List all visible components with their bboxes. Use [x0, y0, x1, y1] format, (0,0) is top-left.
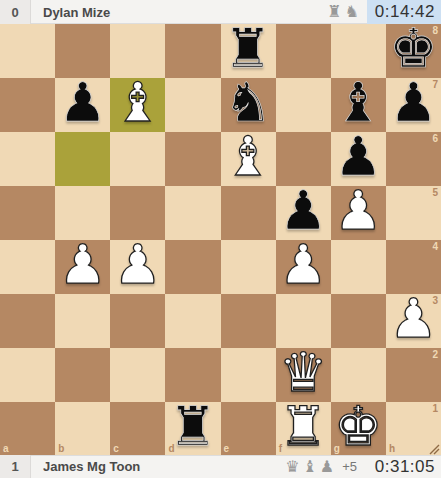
bottom-player-name[interactable]: James Mg Toon [43, 459, 285, 474]
square-b2[interactable] [55, 348, 110, 402]
rank-label-7: 7 [432, 80, 438, 90]
top-captured-pieces: ♜♞ [327, 4, 359, 20]
file-label-e: e [224, 444, 230, 454]
black-rook-piece[interactable]: ♜ [169, 400, 217, 454]
square-a4[interactable] [0, 240, 55, 294]
square-h3[interactable]: ♟3 [386, 294, 441, 348]
file-label-d: d [168, 444, 174, 454]
captured-pawn-icon: ♟ [320, 459, 334, 475]
rank-label-6: 6 [432, 134, 438, 144]
white-bishop-piece[interactable]: ♝ [114, 76, 162, 130]
square-f8[interactable] [276, 24, 331, 78]
captured-queen-icon: ♛ [285, 459, 299, 475]
square-b4[interactable]: ♟ [55, 240, 110, 294]
square-g6[interactable]: ♟ [331, 132, 386, 186]
chess-board: ♜♚8♟♝♞♝♟7♝♟6♟♟5♟♟♟4♟3♛2abc♜de♜f♚g1h [0, 24, 441, 455]
square-f6[interactable] [276, 132, 331, 186]
black-rook-piece[interactable]: ♜ [224, 22, 272, 76]
top-player-name[interactable]: Dylan Mize [43, 5, 327, 20]
captured-bishop-icon: ♝ [302, 459, 316, 475]
square-g8[interactable] [331, 24, 386, 78]
white-king-piece[interactable]: ♚ [334, 400, 382, 454]
square-e1[interactable]: e [221, 402, 276, 456]
file-label-b: b [58, 444, 64, 454]
square-h6[interactable]: 6 [386, 132, 441, 186]
square-b5[interactable] [55, 186, 110, 240]
chess-game-window: 0 Dylan Mize ♜♞ 0:14:42 ♜♚8♟♝♞♝♟7♝♟6♟♟5♟… [0, 0, 441, 478]
square-g2[interactable] [331, 348, 386, 402]
player-bar-bottom: 1 James Mg Toon ♛♝♟ +5 0:31:05 [0, 455, 441, 478]
square-b8[interactable] [55, 24, 110, 78]
square-a8[interactable] [0, 24, 55, 78]
square-d3[interactable] [165, 294, 220, 348]
square-f2[interactable]: ♛ [276, 348, 331, 402]
square-h5[interactable]: 5 [386, 186, 441, 240]
black-pawn-piece[interactable]: ♟ [279, 184, 327, 238]
black-knight-piece[interactable]: ♞ [224, 76, 272, 130]
square-a1[interactable]: a [0, 402, 55, 456]
material-advantage: +5 [342, 459, 357, 474]
square-f3[interactable] [276, 294, 331, 348]
square-c4[interactable]: ♟ [110, 240, 165, 294]
square-f1[interactable]: ♜f [276, 402, 331, 456]
square-g4[interactable] [331, 240, 386, 294]
rank-label-4: 4 [432, 242, 438, 252]
board-resize-handle-icon[interactable] [428, 443, 440, 455]
white-rook-piece[interactable]: ♜ [279, 400, 327, 454]
square-d1[interactable]: ♜d [165, 402, 220, 456]
square-g3[interactable] [331, 294, 386, 348]
square-b7[interactable]: ♟ [55, 78, 110, 132]
square-c8[interactable] [110, 24, 165, 78]
square-a7[interactable] [0, 78, 55, 132]
square-c1[interactable]: c [110, 402, 165, 456]
square-a5[interactable] [0, 186, 55, 240]
square-e4[interactable] [221, 240, 276, 294]
square-h8[interactable]: ♚8 [386, 24, 441, 78]
square-f5[interactable]: ♟ [276, 186, 331, 240]
rank-label-3: 3 [432, 296, 438, 306]
bottom-captured-pieces: ♛♝♟ [285, 459, 334, 475]
square-a3[interactable] [0, 294, 55, 348]
square-b6[interactable] [55, 132, 110, 186]
square-e2[interactable] [221, 348, 276, 402]
square-g7[interactable]: ♝ [331, 78, 386, 132]
square-g5[interactable]: ♟ [331, 186, 386, 240]
rank-label-2: 2 [432, 350, 438, 360]
rank-label-5: 5 [432, 188, 438, 198]
black-bishop-piece[interactable]: ♝ [334, 76, 382, 130]
bottom-player-score: 1 [0, 455, 31, 478]
black-pawn-piece[interactable]: ♟ [389, 76, 437, 130]
white-pawn-piece[interactable]: ♟ [114, 238, 162, 292]
square-d7[interactable] [165, 78, 220, 132]
white-pawn-piece[interactable]: ♟ [58, 238, 106, 292]
square-d6[interactable] [165, 132, 220, 186]
square-f7[interactable] [276, 78, 331, 132]
square-h2[interactable]: 2 [386, 348, 441, 402]
square-c2[interactable] [110, 348, 165, 402]
captured-rook-icon: ♜ [327, 4, 341, 20]
square-h4[interactable]: 4 [386, 240, 441, 294]
white-pawn-piece[interactable]: ♟ [334, 184, 382, 238]
white-pawn-piece[interactable]: ♟ [279, 238, 327, 292]
black-pawn-piece[interactable]: ♟ [334, 130, 382, 184]
black-king-piece[interactable]: ♚ [389, 22, 437, 76]
square-d2[interactable] [165, 348, 220, 402]
square-e5[interactable] [221, 186, 276, 240]
square-c7[interactable]: ♝ [110, 78, 165, 132]
square-h7[interactable]: ♟7 [386, 78, 441, 132]
white-bishop-piece[interactable]: ♝ [224, 130, 272, 184]
square-e3[interactable] [221, 294, 276, 348]
captured-knight-icon: ♞ [345, 4, 359, 20]
bottom-player-clock: 0:31:05 [367, 455, 441, 478]
square-g1[interactable]: ♚g [331, 402, 386, 456]
player-bar-top: 0 Dylan Mize ♜♞ 0:14:42 [0, 0, 441, 24]
black-pawn-piece[interactable]: ♟ [58, 76, 106, 130]
square-c5[interactable] [110, 186, 165, 240]
square-e7[interactable]: ♞ [221, 78, 276, 132]
square-e8[interactable]: ♜ [221, 24, 276, 78]
file-label-a: a [3, 444, 9, 454]
square-b3[interactable] [55, 294, 110, 348]
square-c3[interactable] [110, 294, 165, 348]
rank-label-8: 8 [432, 26, 438, 36]
square-a2[interactable] [0, 348, 55, 402]
file-label-h: h [389, 444, 395, 454]
square-d5[interactable] [165, 186, 220, 240]
rank-label-1: 1 [432, 404, 438, 414]
square-f4[interactable]: ♟ [276, 240, 331, 294]
top-player-score: 0 [0, 0, 31, 24]
file-label-f: f [279, 444, 282, 454]
file-label-g: g [334, 444, 340, 454]
white-queen-piece[interactable]: ♛ [279, 346, 327, 400]
square-h1[interactable]: 1h [386, 402, 441, 456]
square-e6[interactable]: ♝ [221, 132, 276, 186]
white-pawn-piece[interactable]: ♟ [389, 292, 437, 346]
file-label-c: c [113, 444, 119, 454]
square-d4[interactable] [165, 240, 220, 294]
square-c6[interactable] [110, 132, 165, 186]
square-d8[interactable] [165, 24, 220, 78]
square-b1[interactable]: b [55, 402, 110, 456]
square-a6[interactable] [0, 132, 55, 186]
